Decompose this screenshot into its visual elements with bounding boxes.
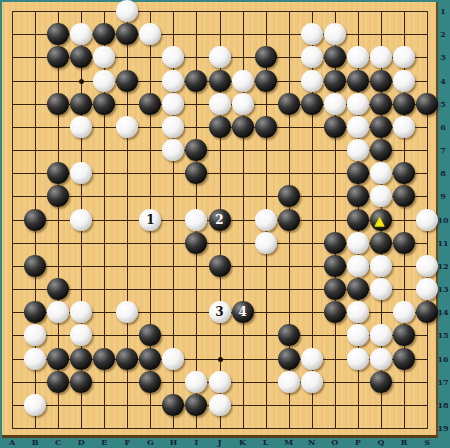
coord-label-bottom-P: P — [355, 437, 361, 447]
stone-S10[interactable] — [416, 209, 438, 231]
stone-J12[interactable] — [209, 255, 231, 277]
stone-O2[interactable] — [324, 23, 346, 45]
stone-Q13[interactable] — [370, 278, 392, 300]
stone-P16[interactable] — [347, 348, 369, 370]
stone-C17[interactable] — [47, 371, 69, 393]
coord-label-bottom-D: D — [78, 437, 85, 447]
stone-N2[interactable] — [301, 23, 323, 45]
coord-label-bottom-H: H — [170, 437, 178, 447]
stone-I11[interactable] — [185, 232, 207, 254]
stone-H4[interactable] — [162, 70, 184, 92]
stone-D6[interactable] — [70, 116, 92, 138]
stone-O5[interactable] — [324, 93, 346, 115]
stone-J17[interactable] — [209, 371, 231, 393]
stone-N5[interactable] — [301, 93, 323, 115]
stone-G10[interactable]: 1 — [139, 209, 161, 231]
star-point-D4 — [79, 79, 84, 84]
coord-label-bottom-E: E — [101, 437, 107, 447]
stone-P6[interactable] — [347, 116, 369, 138]
coord-label-right-8: 8 — [440, 168, 446, 178]
coord-label-bottom-K: K — [239, 437, 246, 447]
stone-O11[interactable] — [324, 232, 346, 254]
stone-Q7[interactable] — [370, 139, 392, 161]
stone-P5[interactable] — [347, 93, 369, 115]
stone-D16[interactable] — [70, 348, 92, 370]
stone-M16[interactable] — [278, 348, 300, 370]
stone-J14[interactable]: 3 — [209, 301, 231, 323]
coord-label-bottom-R: R — [401, 437, 408, 447]
stone-P12[interactable] — [347, 255, 369, 277]
stone-E4[interactable] — [93, 70, 115, 92]
coord-label-right-14: 14 — [437, 307, 448, 317]
coord-label-right-19: 19 — [437, 423, 448, 433]
stone-L6[interactable] — [255, 116, 277, 138]
coord-label-bottom-G: G — [147, 437, 154, 447]
coord-label-right-1: 1 — [440, 6, 446, 16]
stone-P13[interactable] — [347, 278, 369, 300]
coord-label-bottom-L: L — [263, 437, 269, 447]
coord-label-right-9: 9 — [440, 191, 446, 201]
stone-P11[interactable] — [347, 232, 369, 254]
stone-B16[interactable] — [24, 348, 46, 370]
stone-G17[interactable] — [139, 371, 161, 393]
go-app-window: 12▲34ABCDEFGHIJKLMNOPQRS1234567891011121… — [0, 0, 450, 448]
star-point-J16 — [218, 357, 223, 362]
stone-I4[interactable] — [185, 70, 207, 92]
coord-label-bottom-A: A — [9, 437, 15, 447]
stone-F6[interactable] — [116, 116, 138, 138]
coord-label-bottom-Q: Q — [377, 437, 384, 447]
coord-label-right-16: 16 — [437, 354, 448, 364]
stone-L4[interactable] — [255, 70, 277, 92]
stone-H5[interactable] — [162, 93, 184, 115]
stone-M15[interactable] — [278, 324, 300, 346]
stone-K6[interactable] — [232, 116, 254, 138]
coord-label-right-4: 4 — [440, 76, 446, 86]
stone-N16[interactable] — [301, 348, 323, 370]
stone-E16[interactable] — [93, 348, 115, 370]
stone-N3[interactable] — [301, 46, 323, 68]
coord-label-right-5: 5 — [440, 99, 446, 109]
stone-O3[interactable] — [324, 46, 346, 68]
coord-label-right-15: 15 — [437, 330, 448, 340]
stone-B10[interactable] — [24, 209, 46, 231]
stone-Q4[interactable] — [370, 70, 392, 92]
coord-label-right-18: 18 — [437, 400, 448, 410]
coord-label-right-13: 13 — [437, 284, 448, 294]
stone-Q17[interactable] — [370, 371, 392, 393]
stone-L10[interactable] — [255, 209, 277, 231]
move-number-label: 3 — [215, 306, 223, 318]
stone-P14[interactable] — [347, 301, 369, 323]
coord-label-right-2: 2 — [440, 29, 446, 39]
stone-L11[interactable] — [255, 232, 277, 254]
coord-label-bottom-J: J — [218, 437, 222, 447]
stone-Q6[interactable] — [370, 116, 392, 138]
stone-G5[interactable] — [139, 93, 161, 115]
stone-S13[interactable] — [416, 278, 438, 300]
stone-M5[interactable] — [278, 93, 300, 115]
coord-label-bottom-C: C — [55, 437, 61, 447]
stone-M17[interactable] — [278, 371, 300, 393]
stone-S12[interactable] — [416, 255, 438, 277]
stone-H16[interactable] — [162, 348, 184, 370]
stone-I10[interactable] — [185, 209, 207, 231]
coord-label-bottom-I: I — [195, 437, 199, 447]
stone-L3[interactable] — [255, 46, 277, 68]
stone-F4[interactable] — [116, 70, 138, 92]
move-number-label: 2 — [215, 214, 223, 226]
stone-J6[interactable] — [209, 116, 231, 138]
stone-Q11[interactable] — [370, 232, 392, 254]
stone-O14[interactable] — [324, 301, 346, 323]
stone-G16[interactable] — [139, 348, 161, 370]
stone-J10[interactable]: 2 — [209, 209, 231, 231]
stone-R4[interactable] — [393, 70, 415, 92]
stone-R16[interactable] — [393, 348, 415, 370]
coord-label-bottom-M: M — [284, 437, 293, 447]
stone-K14[interactable]: 4 — [232, 301, 254, 323]
coord-label-right-10: 10 — [437, 215, 448, 225]
stone-P4[interactable] — [347, 70, 369, 92]
stone-B12[interactable] — [24, 255, 46, 277]
stone-B18[interactable] — [24, 394, 46, 416]
stone-R11[interactable] — [393, 232, 415, 254]
stone-O6[interactable] — [324, 116, 346, 138]
stone-C13[interactable] — [47, 278, 69, 300]
stone-N17[interactable] — [301, 371, 323, 393]
stone-K4[interactable] — [232, 70, 254, 92]
stone-R5[interactable] — [393, 93, 415, 115]
coord-label-bottom-B: B — [32, 437, 39, 447]
coord-label-bottom-F: F — [124, 437, 130, 447]
grid-line-horizontal — [12, 428, 428, 429]
coord-label-right-11: 11 — [437, 238, 448, 248]
move-number-label: 4 — [238, 306, 246, 318]
stone-Q12[interactable] — [370, 255, 392, 277]
stone-P8[interactable] — [347, 162, 369, 184]
stone-C16[interactable] — [47, 348, 69, 370]
stone-E5[interactable] — [93, 93, 115, 115]
stone-Q5[interactable] — [370, 93, 392, 115]
stone-O12[interactable] — [324, 255, 346, 277]
stone-D17[interactable] — [70, 371, 92, 393]
stone-P7[interactable] — [347, 139, 369, 161]
stone-D5[interactable] — [70, 93, 92, 115]
coord-label-right-6: 6 — [440, 122, 446, 132]
stone-C5[interactable] — [47, 93, 69, 115]
coord-label-right-12: 12 — [437, 261, 448, 271]
coord-label-bottom-S: S — [424, 437, 430, 447]
stone-J5[interactable] — [209, 93, 231, 115]
stone-J3[interactable] — [209, 46, 231, 68]
stone-N4[interactable] — [301, 70, 323, 92]
stone-O13[interactable] — [324, 278, 346, 300]
coord-label-bottom-O: O — [331, 437, 338, 447]
coord-label-right-3: 3 — [440, 52, 446, 62]
coord-label-right-7: 7 — [440, 145, 446, 155]
stone-K5[interactable] — [232, 93, 254, 115]
stone-O4[interactable] — [324, 70, 346, 92]
stone-M9[interactable] — [278, 185, 300, 207]
stone-P10[interactable] — [347, 209, 369, 231]
stone-S5[interactable] — [416, 93, 438, 115]
stone-Q10[interactable] — [370, 209, 392, 231]
move-number-label: 1 — [146, 214, 154, 226]
stone-J18[interactable] — [209, 394, 231, 416]
stone-F16[interactable] — [116, 348, 138, 370]
stone-Q8[interactable] — [370, 162, 392, 184]
stone-R6[interactable] — [393, 116, 415, 138]
stone-J4[interactable] — [209, 70, 231, 92]
stone-M10[interactable] — [278, 209, 300, 231]
coord-label-right-17: 17 — [437, 377, 448, 387]
stone-D10[interactable] — [70, 209, 92, 231]
stone-Q16[interactable] — [370, 348, 392, 370]
coord-label-bottom-N: N — [308, 437, 315, 447]
